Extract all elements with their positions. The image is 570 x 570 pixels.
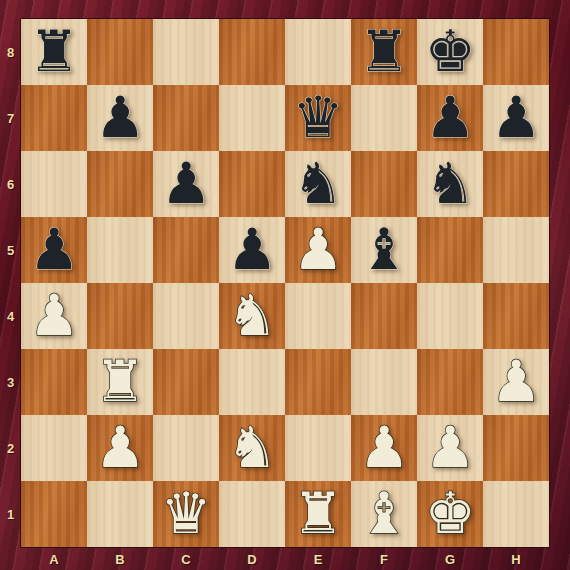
black-pawn-icon[interactable]: ♟	[490, 89, 541, 146]
square-g5[interactable]	[417, 217, 483, 283]
square-f8[interactable]: ♜	[351, 19, 417, 85]
square-c7[interactable]	[153, 85, 219, 151]
black-pawn-icon[interactable]: ♟	[424, 89, 475, 146]
square-a4[interactable]: ♟	[21, 283, 87, 349]
file-label-c: C	[181, 552, 190, 567]
white-pawn-icon[interactable]: ♟	[490, 353, 541, 410]
file-label-g: G	[445, 552, 455, 567]
white-queen-icon[interactable]: ♛	[160, 485, 211, 542]
square-d2[interactable]: ♞	[219, 415, 285, 481]
square-c5[interactable]	[153, 217, 219, 283]
white-pawn-icon[interactable]: ♟	[358, 419, 409, 476]
square-d5[interactable]: ♟	[219, 217, 285, 283]
white-rook-icon[interactable]: ♜	[292, 485, 343, 542]
rank-label-3: 3	[7, 375, 14, 390]
square-e8[interactable]	[285, 19, 351, 85]
rank-labels: 87654321	[0, 19, 21, 547]
square-d7[interactable]	[219, 85, 285, 151]
file-label-h: H	[511, 552, 520, 567]
square-h7[interactable]: ♟	[483, 85, 549, 151]
square-f6[interactable]	[351, 151, 417, 217]
square-b2[interactable]: ♟	[87, 415, 153, 481]
rank-label-4: 4	[7, 309, 14, 324]
square-c4[interactable]	[153, 283, 219, 349]
square-b1[interactable]	[87, 481, 153, 547]
square-f4[interactable]	[351, 283, 417, 349]
square-c2[interactable]	[153, 415, 219, 481]
square-d4[interactable]: ♞	[219, 283, 285, 349]
white-knight-icon[interactable]: ♞	[226, 419, 277, 476]
square-e1[interactable]: ♜	[285, 481, 351, 547]
rank-label-2: 2	[7, 441, 14, 456]
rank-label-5: 5	[7, 243, 14, 258]
square-g8[interactable]: ♚	[417, 19, 483, 85]
square-h3[interactable]: ♟	[483, 349, 549, 415]
square-b3[interactable]: ♜	[87, 349, 153, 415]
square-h2[interactable]	[483, 415, 549, 481]
black-bishop-icon[interactable]: ♝	[358, 221, 409, 278]
file-label-a: A	[49, 552, 58, 567]
square-h5[interactable]	[483, 217, 549, 283]
black-knight-icon[interactable]: ♞	[292, 155, 343, 212]
black-rook-icon[interactable]: ♜	[358, 23, 409, 80]
white-pawn-icon[interactable]: ♟	[424, 419, 475, 476]
square-f2[interactable]: ♟	[351, 415, 417, 481]
square-e7[interactable]: ♛	[285, 85, 351, 151]
square-a7[interactable]	[21, 85, 87, 151]
square-d8[interactable]	[219, 19, 285, 85]
square-f3[interactable]	[351, 349, 417, 415]
chessboard-frame: 87654321 ABCDEFGH ♜♜♚♟♛♟♟♟♞♞♟♟♟♝♟♞♜♟♟♞♟♟…	[0, 0, 570, 570]
square-d6[interactable]	[219, 151, 285, 217]
square-g2[interactable]: ♟	[417, 415, 483, 481]
square-g7[interactable]: ♟	[417, 85, 483, 151]
square-a1[interactable]	[21, 481, 87, 547]
square-h8[interactable]	[483, 19, 549, 85]
file-label-d: D	[247, 552, 256, 567]
rank-label-8: 8	[7, 45, 14, 60]
square-g3[interactable]	[417, 349, 483, 415]
black-queen-icon[interactable]: ♛	[292, 89, 343, 146]
black-pawn-icon[interactable]: ♟	[28, 221, 79, 278]
square-a3[interactable]	[21, 349, 87, 415]
square-f1[interactable]: ♝	[351, 481, 417, 547]
square-c8[interactable]	[153, 19, 219, 85]
square-e4[interactable]	[285, 283, 351, 349]
square-c3[interactable]	[153, 349, 219, 415]
square-h6[interactable]	[483, 151, 549, 217]
square-h4[interactable]	[483, 283, 549, 349]
square-b5[interactable]	[87, 217, 153, 283]
square-b7[interactable]: ♟	[87, 85, 153, 151]
white-pawn-icon[interactable]: ♟	[292, 221, 343, 278]
square-e6[interactable]: ♞	[285, 151, 351, 217]
square-b8[interactable]	[87, 19, 153, 85]
black-pawn-icon[interactable]: ♟	[226, 221, 277, 278]
black-pawn-icon[interactable]: ♟	[94, 89, 145, 146]
square-a2[interactable]	[21, 415, 87, 481]
board: ♜♜♚♟♛♟♟♟♞♞♟♟♟♝♟♞♜♟♟♞♟♟♛♜♝♚	[21, 19, 549, 547]
rank-label-7: 7	[7, 111, 14, 126]
black-king-icon[interactable]: ♚	[424, 23, 475, 80]
white-bishop-icon[interactable]: ♝	[358, 485, 409, 542]
square-c1[interactable]: ♛	[153, 481, 219, 547]
rank-label-1: 1	[7, 507, 14, 522]
square-b4[interactable]	[87, 283, 153, 349]
black-rook-icon[interactable]: ♜	[28, 23, 79, 80]
square-e2[interactable]	[285, 415, 351, 481]
white-pawn-icon[interactable]: ♟	[28, 287, 79, 344]
square-d3[interactable]	[219, 349, 285, 415]
square-g4[interactable]	[417, 283, 483, 349]
file-label-e: E	[314, 552, 323, 567]
square-a6[interactable]	[21, 151, 87, 217]
square-d1[interactable]	[219, 481, 285, 547]
white-knight-icon[interactable]: ♞	[226, 287, 277, 344]
white-rook-icon[interactable]: ♜	[94, 353, 145, 410]
black-knight-icon[interactable]: ♞	[424, 155, 475, 212]
file-label-b: B	[115, 552, 124, 567]
square-a5[interactable]: ♟	[21, 217, 87, 283]
square-f5[interactable]: ♝	[351, 217, 417, 283]
square-g6[interactable]: ♞	[417, 151, 483, 217]
square-b6[interactable]	[87, 151, 153, 217]
file-labels: ABCDEFGH	[21, 548, 549, 570]
black-pawn-icon[interactable]: ♟	[160, 155, 211, 212]
square-f7[interactable]	[351, 85, 417, 151]
square-a8[interactable]: ♜	[21, 19, 87, 85]
square-e5[interactable]: ♟	[285, 217, 351, 283]
square-h1[interactable]	[483, 481, 549, 547]
square-c6[interactable]: ♟	[153, 151, 219, 217]
white-king-icon[interactable]: ♚	[424, 485, 475, 542]
square-e3[interactable]	[285, 349, 351, 415]
square-g1[interactable]: ♚	[417, 481, 483, 547]
rank-label-6: 6	[7, 177, 14, 192]
white-pawn-icon[interactable]: ♟	[94, 419, 145, 476]
file-label-f: F	[380, 552, 388, 567]
